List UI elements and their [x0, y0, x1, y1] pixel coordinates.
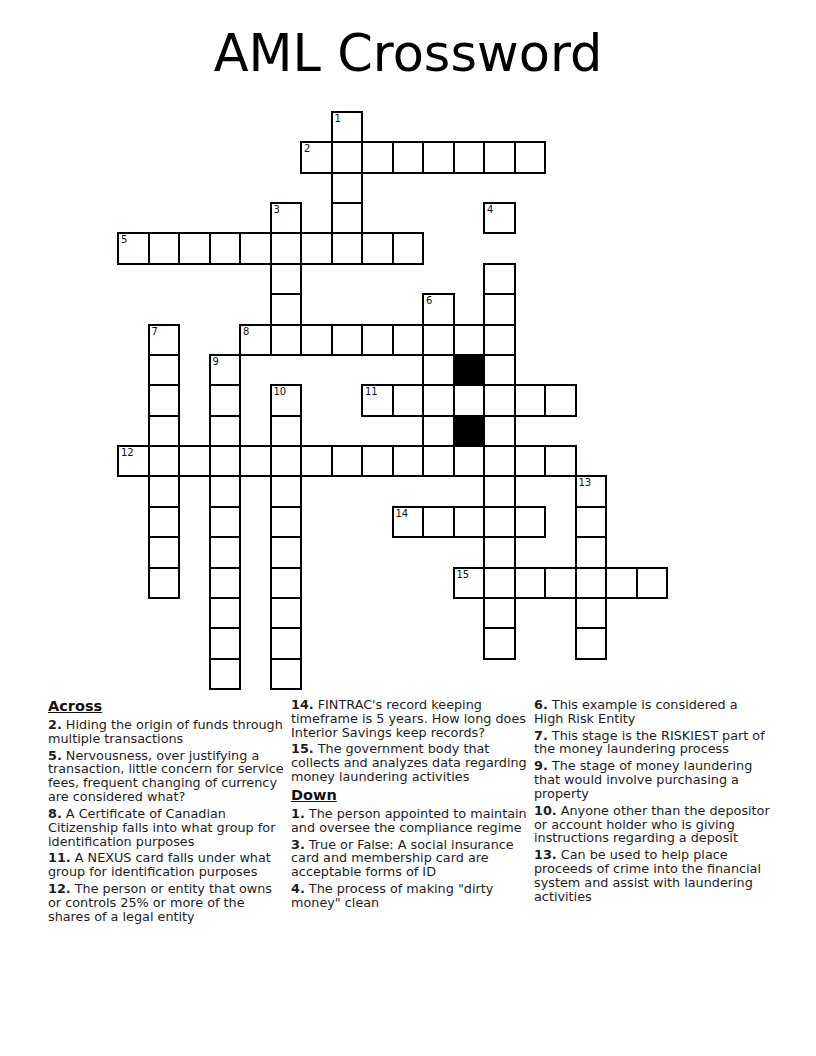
grid-cell[interactable] — [148, 536, 181, 568]
grid-cell[interactable] — [209, 475, 242, 507]
grid-cell[interactable] — [453, 445, 486, 477]
clue-number: 7. — [534, 728, 548, 743]
grid-cell[interactable] — [239, 232, 272, 264]
cell-number: 4 — [487, 204, 493, 215]
grid-cell[interactable]: 8 — [239, 324, 272, 356]
grid-cell[interactable] — [392, 324, 425, 356]
grid-cell[interactable] — [483, 263, 516, 295]
grid-cell[interactable] — [300, 445, 333, 477]
grid-cell[interactable] — [300, 232, 333, 264]
cell-number: 7 — [152, 326, 158, 337]
grid-cell[interactable] — [483, 324, 516, 356]
grid-cell[interactable]: 10 — [270, 384, 303, 416]
grid-cell[interactable] — [209, 445, 242, 477]
grid-cell[interactable] — [422, 354, 455, 386]
grid-cell[interactable] — [514, 141, 547, 173]
cell-number: 10 — [274, 386, 287, 397]
grid-cell[interactable] — [300, 324, 333, 356]
grid-cell[interactable]: 9 — [209, 354, 242, 386]
cell-number: 8 — [243, 326, 249, 337]
grid-cell[interactable] — [209, 536, 242, 568]
clue-number: 3. — [291, 837, 305, 852]
grid-cell[interactable] — [544, 384, 577, 416]
grid-cell[interactable] — [636, 567, 669, 599]
grid-cell[interactable] — [148, 475, 181, 507]
clue-number: 15. — [291, 741, 314, 756]
black-cell — [453, 415, 486, 447]
grid-cell[interactable] — [483, 627, 516, 659]
puzzle-title: AML Crossword — [0, 28, 816, 79]
grid-cell[interactable] — [483, 354, 516, 386]
grid-cell[interactable] — [331, 324, 364, 356]
clue-D6: 6. This example is considered a High Ris… — [534, 698, 771, 726]
grid-cell[interactable] — [209, 658, 242, 690]
grid-cell[interactable] — [270, 232, 303, 264]
clue-number: 12. — [48, 881, 71, 896]
cell-number: 2 — [304, 143, 310, 154]
grid-cell[interactable] — [270, 627, 303, 659]
grid-cell[interactable] — [209, 627, 242, 659]
cell-number: 3 — [274, 204, 280, 215]
clue-number: 14. — [291, 697, 314, 712]
grid-cell[interactable]: 4 — [483, 202, 516, 234]
grid-cell[interactable] — [422, 415, 455, 447]
grid-cell[interactable] — [575, 627, 608, 659]
grid-cell[interactable] — [483, 445, 516, 477]
grid-cell[interactable] — [483, 536, 516, 568]
grid-cell[interactable] — [270, 475, 303, 507]
grid-cell[interactable] — [148, 384, 181, 416]
grid-cell[interactable] — [453, 324, 486, 356]
grid-cell[interactable] — [483, 293, 516, 325]
grid-cell[interactable] — [270, 263, 303, 295]
grid-cell[interactable] — [575, 536, 608, 568]
grid-cell[interactable] — [270, 324, 303, 356]
grid-cell[interactable] — [209, 597, 242, 629]
clue-number: 13. — [534, 847, 557, 862]
grid-cell[interactable]: 5 — [117, 232, 150, 264]
grid-cell[interactable]: 7 — [148, 324, 181, 356]
grid-cell[interactable] — [270, 506, 303, 538]
grid-cell[interactable] — [331, 202, 364, 234]
grid-cell[interactable] — [270, 536, 303, 568]
grid-cell[interactable] — [544, 567, 577, 599]
grid-cell[interactable] — [270, 415, 303, 447]
grid-cell[interactable] — [270, 597, 303, 629]
clue-column: 6. This example is considered a High Ris… — [534, 698, 771, 906]
grid-cell[interactable] — [453, 141, 486, 173]
grid-cell[interactable] — [148, 445, 181, 477]
grid-cell[interactable] — [270, 445, 303, 477]
grid-cell[interactable] — [514, 506, 547, 538]
clue-A2: 2. Hiding the origin of funds through mu… — [48, 718, 285, 746]
clue-number: 5. — [48, 748, 62, 763]
grid-cell[interactable] — [483, 415, 516, 447]
clue-number: 10. — [534, 803, 557, 818]
grid-cell[interactable] — [361, 232, 394, 264]
grid-cell[interactable] — [483, 141, 516, 173]
grid-cell[interactable] — [178, 232, 211, 264]
clue-column: Across2. Hiding the origin of funds thro… — [48, 698, 285, 926]
grid-cell[interactable] — [148, 415, 181, 447]
grid-cell[interactable] — [514, 384, 547, 416]
grid-cell[interactable] — [453, 384, 486, 416]
grid-cell[interactable] — [361, 141, 394, 173]
grid-cell[interactable] — [422, 445, 455, 477]
grid-cell[interactable]: 11 — [361, 384, 394, 416]
clue-D9: 9. The stage of money laundering that wo… — [534, 759, 771, 800]
clue-A8: 8. A Certificate of Canadian Citizenship… — [48, 807, 285, 848]
grid-cell[interactable] — [483, 475, 516, 507]
grid-cell[interactable] — [392, 445, 425, 477]
clues-section: Across2. Hiding the origin of funds thro… — [48, 698, 772, 926]
grid-cell[interactable] — [392, 384, 425, 416]
grid-cell[interactable] — [514, 567, 547, 599]
cell-number: 6 — [426, 295, 432, 306]
grid-cell[interactable] — [544, 445, 577, 477]
clue-number: 2. — [48, 717, 62, 732]
grid-cell[interactable] — [148, 567, 181, 599]
cell-number: 1 — [335, 113, 341, 124]
grid-cell[interactable] — [361, 445, 394, 477]
grid-cell[interactable] — [239, 445, 272, 477]
clue-A5: 5. Nervousness, over justifying a transa… — [48, 749, 285, 804]
clue-D13: 13. Can be used to help place proceeds o… — [534, 848, 771, 903]
clue-D3: 3. True or False: A social insurance car… — [291, 838, 528, 879]
clue-A14: 14. FINTRAC's record keeping timeframe i… — [291, 698, 528, 739]
grid-cell[interactable] — [331, 172, 364, 204]
grid-cell[interactable]: 15 — [453, 567, 486, 599]
grid-cell[interactable] — [392, 232, 425, 264]
clue-number: 1. — [291, 806, 305, 821]
grid-cell[interactable] — [392, 141, 425, 173]
clue-A12: 12. The person or entity that owns or co… — [48, 882, 285, 923]
grid-cell[interactable] — [209, 567, 242, 599]
grid-cell[interactable]: 1 — [331, 111, 364, 143]
clue-D10: 10. Anyone other than the depositor or a… — [534, 804, 771, 845]
grid-cell[interactable] — [209, 415, 242, 447]
grid-cell[interactable]: 13 — [575, 475, 608, 507]
grid-cell[interactable] — [148, 354, 181, 386]
grid-cell[interactable]: 6 — [422, 293, 455, 325]
grid-cell[interactable] — [209, 232, 242, 264]
down-heading: Down — [291, 787, 528, 803]
grid-cell[interactable] — [422, 324, 455, 356]
clue-D7: 7. This stage is the RISKIEST part of th… — [534, 729, 771, 757]
grid-cell[interactable] — [148, 232, 181, 264]
clue-D4: 4. The process of making "dirty money" c… — [291, 882, 528, 910]
grid-cell[interactable] — [148, 506, 181, 538]
grid-cell[interactable] — [575, 567, 608, 599]
clue-number: 11. — [48, 850, 71, 865]
cell-number: 12 — [121, 447, 134, 458]
cell-number: 9 — [213, 356, 219, 367]
grid-cell[interactable] — [270, 658, 303, 690]
clue-number: 6. — [534, 697, 548, 712]
grid-cell[interactable] — [483, 506, 516, 538]
grid-cell[interactable] — [270, 567, 303, 599]
grid-cell[interactable] — [605, 567, 638, 599]
grid-cell[interactable] — [483, 567, 516, 599]
grid-cell[interactable] — [331, 445, 364, 477]
cell-number: 11 — [365, 386, 378, 397]
cell-number: 14 — [396, 508, 409, 519]
grid-cell[interactable] — [422, 506, 455, 538]
clue-A15: 15. The government body that collects an… — [291, 742, 528, 783]
black-cell — [453, 354, 486, 386]
cell-number: 5 — [121, 234, 127, 245]
cell-number: 15 — [457, 569, 470, 580]
grid-cell[interactable]: 12 — [117, 445, 150, 477]
grid-cell[interactable] — [453, 506, 486, 538]
grid-cell[interactable] — [270, 293, 303, 325]
grid-cell[interactable] — [422, 141, 455, 173]
clue-D1: 1. The person appointed to maintain and … — [291, 807, 528, 835]
grid-cell[interactable] — [483, 597, 516, 629]
cell-number: 13 — [579, 477, 592, 488]
grid-cell[interactable]: 14 — [392, 506, 425, 538]
grid-cell[interactable]: 3 — [270, 202, 303, 234]
clue-number: 4. — [291, 881, 305, 896]
grid-cell[interactable] — [209, 506, 242, 538]
grid-cell[interactable] — [209, 384, 242, 416]
grid-cell[interactable] — [331, 232, 364, 264]
grid-cell[interactable]: 2 — [300, 141, 333, 173]
grid-cell[interactable] — [422, 384, 455, 416]
clue-number: 9. — [534, 758, 548, 773]
grid-cell[interactable] — [575, 506, 608, 538]
grid-cell[interactable] — [514, 445, 547, 477]
grid-cell[interactable] — [483, 384, 516, 416]
clue-A11: 11. A NEXUS card falls under what group … — [48, 851, 285, 879]
across-heading: Across — [48, 698, 285, 714]
grid-cell[interactable] — [331, 141, 364, 173]
clue-number: 8. — [48, 806, 62, 821]
clue-column: 14. FINTRAC's record keeping timeframe i… — [291, 698, 528, 913]
grid-cell[interactable] — [575, 597, 608, 629]
grid-cell[interactable] — [178, 445, 211, 477]
grid-cell[interactable] — [361, 324, 394, 356]
